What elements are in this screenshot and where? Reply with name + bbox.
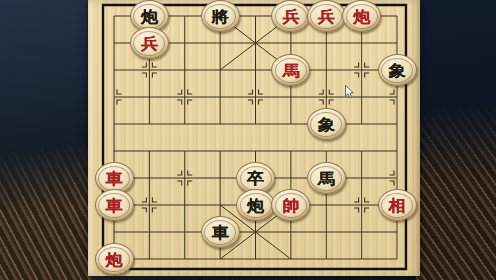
board-point-f2r7[interactable]	[167, 192, 202, 219]
piece-glyph: 象	[318, 116, 335, 132]
board-point-f0r5[interactable]	[96, 138, 131, 165]
board-point-f7r9[interactable]	[344, 246, 379, 273]
piece-glyph: 炮	[141, 8, 158, 24]
xiangqi-board-panel: 炮將兵兵炮兵馬象象車卒馬車炮帥相車炮	[88, 0, 420, 276]
board-point-f3r3[interactable]	[202, 84, 237, 111]
board-point-f5r5[interactable]	[273, 138, 308, 165]
board-point-f2r2[interactable]	[167, 57, 202, 84]
board-point-f6r8[interactable]	[309, 219, 344, 246]
mouse-cursor-icon	[345, 85, 355, 99]
piece-glyph: 車	[212, 224, 229, 240]
board-point-f4r3[interactable]	[238, 84, 273, 111]
piece-black-horse[interactable]: 馬	[307, 162, 346, 194]
board-point-f7r7[interactable]	[344, 192, 379, 219]
board-point-f6r5[interactable]	[309, 138, 344, 165]
board-point-f2r0[interactable]	[167, 3, 202, 30]
board-point-f2r3[interactable]	[167, 84, 202, 111]
board-point-f4r9[interactable]	[238, 246, 273, 273]
board-point-f5r1[interactable]	[273, 30, 308, 57]
board-point-f8r1[interactable]	[379, 30, 414, 57]
board-point-f2r4[interactable]	[167, 111, 202, 138]
piece-black-chariot[interactable]: 車	[201, 216, 240, 248]
board-point-f1r6[interactable]	[132, 165, 167, 192]
board-point-f5r8[interactable]	[273, 219, 308, 246]
board-point-f0r4[interactable]	[96, 111, 131, 138]
board-point-f3r2[interactable]	[202, 57, 237, 84]
board-point-f3r6[interactable]	[202, 165, 237, 192]
board-point-f2r9[interactable]	[167, 246, 202, 273]
piece-glyph: 馬	[318, 170, 335, 186]
board-point-f3r4[interactable]	[202, 111, 237, 138]
board-point-f1r4[interactable]	[132, 111, 167, 138]
board-point-f7r4[interactable]	[344, 111, 379, 138]
board-point-f1r9[interactable]	[132, 246, 167, 273]
board-point-f4r0[interactable]	[238, 3, 273, 30]
board-point-f8r4[interactable]	[379, 111, 414, 138]
piece-red-soldier[interactable]: 兵	[307, 0, 346, 32]
board-point-f1r3[interactable]	[132, 84, 167, 111]
piece-glyph: 將	[212, 8, 229, 24]
board-point-f8r9[interactable]	[379, 246, 414, 273]
piece-glyph: 帥	[282, 197, 299, 213]
board-point-f8r0[interactable]	[379, 3, 414, 30]
piece-glyph: 車	[106, 197, 123, 213]
board-point-f1r7[interactable]	[132, 192, 167, 219]
board-point-f6r1[interactable]	[309, 30, 344, 57]
board-point-f0r0[interactable]	[96, 3, 131, 30]
board-point-f1r2[interactable]	[132, 57, 167, 84]
piece-black-elephant[interactable]: 象	[378, 54, 417, 86]
board-point-f7r6[interactable]	[344, 165, 379, 192]
piece-glyph: 炮	[106, 251, 123, 267]
board-point-f8r6[interactable]	[379, 165, 414, 192]
piece-red-cannon[interactable]: 炮	[95, 243, 134, 275]
board-point-f1r5[interactable]	[132, 138, 167, 165]
screenshot-root: 炮將兵兵炮兵馬象象車卒馬車炮帥相車炮	[0, 0, 496, 280]
board-point-f5r3[interactable]	[273, 84, 308, 111]
board-point-f2r5[interactable]	[167, 138, 202, 165]
board-point-f4r5[interactable]	[238, 138, 273, 165]
piece-black-cannon[interactable]: 炮	[236, 189, 275, 221]
board-point-f3r5[interactable]	[202, 138, 237, 165]
board-point-f8r3[interactable]	[379, 84, 414, 111]
piece-glyph: 車	[106, 170, 123, 186]
piece-glyph: 兵	[318, 8, 335, 24]
board-point-f1r8[interactable]	[132, 219, 167, 246]
board-point-f0r8[interactable]	[96, 219, 131, 246]
xiangqi-board: 炮將兵兵炮兵馬象象車卒馬車炮帥相車炮	[96, 3, 414, 273]
board-point-f3r1[interactable]	[202, 30, 237, 57]
board-point-f2r8[interactable]	[167, 219, 202, 246]
board-point-f0r3[interactable]	[96, 84, 131, 111]
piece-glyph: 炮	[247, 197, 264, 213]
board-point-f3r9[interactable]	[202, 246, 237, 273]
piece-glyph: 炮	[353, 8, 370, 24]
board-point-f4r4[interactable]	[238, 111, 273, 138]
table-background-left	[0, 0, 92, 280]
board-point-f4r8[interactable]	[238, 219, 273, 246]
board-point-f2r1[interactable]	[167, 30, 202, 57]
piece-black-general[interactable]: 將	[201, 0, 240, 32]
piece-black-elephant[interactable]: 象	[307, 108, 346, 140]
board-point-f5r4[interactable]	[273, 111, 308, 138]
piece-glyph: 兵	[141, 35, 158, 51]
board-point-f6r2[interactable]	[309, 57, 344, 84]
board-point-f0r1[interactable]	[96, 30, 131, 57]
piece-glyph: 相	[389, 197, 406, 213]
board-point-f8r5[interactable]	[379, 138, 414, 165]
board-point-f8r8[interactable]	[379, 219, 414, 246]
piece-glyph: 象	[389, 62, 406, 78]
board-point-f7r5[interactable]	[344, 138, 379, 165]
board-point-f7r1[interactable]	[344, 30, 379, 57]
board-point-f4r1[interactable]	[238, 30, 273, 57]
board-point-f6r7[interactable]	[309, 192, 344, 219]
piece-red-cannon[interactable]: 炮	[342, 0, 381, 32]
board-point-f5r6[interactable]	[273, 165, 308, 192]
board-point-f2r6[interactable]	[167, 165, 202, 192]
board-point-f6r3[interactable]	[309, 84, 344, 111]
piece-glyph: 兵	[282, 8, 299, 24]
piece-red-elephant[interactable]: 相	[378, 189, 417, 221]
board-point-f3r7[interactable]	[202, 192, 237, 219]
board-point-f0r2[interactable]	[96, 57, 131, 84]
board-point-f7r8[interactable]	[344, 219, 379, 246]
board-point-f4r2[interactable]	[238, 57, 273, 84]
board-point-f6r9[interactable]	[309, 246, 344, 273]
piece-red-chariot[interactable]: 車	[95, 189, 134, 221]
piece-glyph: 卒	[247, 170, 264, 186]
piece-red-soldier[interactable]: 兵	[130, 27, 169, 59]
board-point-f5r9[interactable]	[273, 246, 308, 273]
piece-glyph: 馬	[282, 62, 299, 78]
board-point-f7r2[interactable]	[344, 57, 379, 84]
table-background-right	[416, 0, 496, 280]
